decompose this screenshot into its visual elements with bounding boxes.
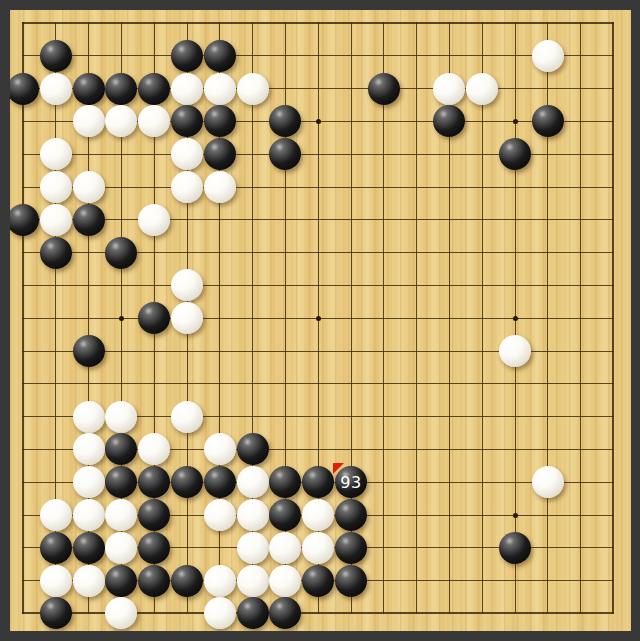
black-stone [499,138,531,170]
white-stone [269,565,301,597]
board-point[interactable] [269,531,302,564]
board-point[interactable] [138,302,171,335]
board-point[interactable] [105,466,138,499]
black-stone [138,466,170,498]
board-point[interactable] [203,597,236,630]
board-point[interactable] [105,105,138,138]
board-point[interactable] [171,171,204,204]
board-point[interactable] [302,499,335,532]
white-stone [40,499,72,531]
board-point[interactable] [171,39,204,72]
white-stone [204,565,236,597]
white-stone [171,302,203,334]
white-stone [237,466,269,498]
board-point[interactable] [171,105,204,138]
board-point[interactable] [269,105,302,138]
black-stone [171,565,203,597]
black-stone [138,532,170,564]
white-stone [171,401,203,433]
board-point[interactable] [105,564,138,597]
board-point[interactable] [236,72,269,105]
board-point[interactable] [367,72,400,105]
board-point[interactable] [72,72,105,105]
black-stone [138,73,170,105]
black-stone [73,335,105,367]
black-stone [302,565,334,597]
board-point[interactable] [39,138,72,171]
board-point[interactable] [39,564,72,597]
board-point[interactable] [39,171,72,204]
board-point[interactable] [105,72,138,105]
board-point[interactable] [72,499,105,532]
white-stone [105,499,137,531]
move-number-label: 93 [335,466,367,498]
board-point[interactable] [105,531,138,564]
board-point[interactable] [499,335,532,368]
white-stone [302,499,334,531]
white-stone [105,105,137,137]
white-stone [73,171,105,203]
white-stone [73,401,105,433]
board-point[interactable] [203,72,236,105]
white-stone [237,532,269,564]
black-stone [105,565,137,597]
board-point[interactable] [203,138,236,171]
board-point[interactable] [269,499,302,532]
board-point[interactable] [236,564,269,597]
board-point[interactable] [105,499,138,532]
black-stone [10,204,39,236]
black-stone [204,466,236,498]
white-stone [73,499,105,531]
white-stone [532,40,564,72]
black-stone [138,499,170,531]
white-stone [237,73,269,105]
white-stone [204,433,236,465]
board-point[interactable] [39,39,72,72]
white-stone [105,532,137,564]
black-stone [269,597,301,629]
board-point[interactable] [236,531,269,564]
board-point[interactable] [39,531,72,564]
board-point[interactable] [302,466,335,499]
board-point[interactable] [236,499,269,532]
board-point[interactable] [302,564,335,597]
board-point[interactable] [39,72,72,105]
white-stone [237,499,269,531]
white-stone [204,73,236,105]
white-stone [532,466,564,498]
board-point[interactable] [39,499,72,532]
black-stone [40,237,72,269]
white-stone [171,138,203,170]
black-stone [73,73,105,105]
black-stone [269,105,301,137]
black-stone [40,597,72,629]
board-point[interactable] [10,72,39,105]
board-point[interactable] [171,72,204,105]
black-stone [105,433,137,465]
board-point[interactable] [236,433,269,466]
board-point[interactable] [269,466,302,499]
black-stone: 93 [335,466,367,498]
black-stone [105,237,137,269]
white-stone [171,269,203,301]
board-point[interactable] [236,597,269,630]
board-point[interactable] [72,466,105,499]
black-stone [237,433,269,465]
board-point[interactable] [171,138,204,171]
board-point[interactable] [335,499,368,532]
board-point[interactable] [72,531,105,564]
board-point[interactable] [302,531,335,564]
board-point[interactable] [72,564,105,597]
board-point[interactable] [138,433,171,466]
white-stone [138,105,170,137]
white-stone [73,433,105,465]
white-stone [433,73,465,105]
board-point[interactable] [433,105,466,138]
black-stone [269,499,301,531]
board-point[interactable] [105,400,138,433]
black-stone [269,138,301,170]
board-point[interactable] [269,138,302,171]
black-stone [138,302,170,334]
board-point[interactable] [171,302,204,335]
white-stone [204,597,236,629]
black-stone [105,466,137,498]
board-point[interactable] [39,236,72,269]
black-stone [105,73,137,105]
white-stone [171,171,203,203]
board-point[interactable] [499,138,532,171]
window-background: 93 [0,0,640,641]
board-point[interactable] [335,564,368,597]
board-point[interactable] [203,105,236,138]
board-point[interactable] [39,597,72,630]
board-point[interactable] [203,39,236,72]
black-stone [10,73,39,105]
board-point[interactable] [171,269,204,302]
board-point[interactable] [531,466,564,499]
board-point[interactable] [203,499,236,532]
black-stone [433,105,465,137]
board-point[interactable] [105,597,138,630]
white-stone [499,335,531,367]
board-point[interactable] [138,72,171,105]
board-point[interactable]: 93 [335,466,368,499]
white-stone [138,433,170,465]
white-stone [40,204,72,236]
white-stone [138,204,170,236]
board-point[interactable] [72,433,105,466]
black-stone [138,565,170,597]
white-stone [466,73,498,105]
board-point[interactable] [203,466,236,499]
black-stone [171,40,203,72]
board-point[interactable] [138,466,171,499]
board-point[interactable] [203,564,236,597]
black-stone [171,466,203,498]
board-point[interactable] [72,171,105,204]
board-point[interactable] [72,105,105,138]
black-stone [237,597,269,629]
black-stone [302,466,334,498]
board-point[interactable] [138,531,171,564]
black-stone [335,565,367,597]
white-stone [171,73,203,105]
board-point[interactable] [203,433,236,466]
white-stone [204,171,236,203]
white-stone [302,532,334,564]
board-point[interactable] [269,564,302,597]
board-point[interactable] [105,236,138,269]
board-point[interactable] [203,171,236,204]
board-point[interactable] [72,203,105,236]
board-point[interactable] [138,564,171,597]
black-stone [40,532,72,564]
white-stone [204,499,236,531]
white-stone [73,466,105,498]
board-point[interactable] [171,466,204,499]
board-point[interactable] [466,72,499,105]
black-stone [73,532,105,564]
board-point[interactable] [531,39,564,72]
white-stone [40,73,72,105]
board-point[interactable] [335,531,368,564]
board-point[interactable] [105,433,138,466]
black-stone [269,466,301,498]
white-stone [73,105,105,137]
white-stone [40,138,72,170]
board-point[interactable] [433,72,466,105]
black-stone [204,40,236,72]
black-stone [368,73,400,105]
board-point[interactable] [72,400,105,433]
board-point[interactable] [531,105,564,138]
board-point[interactable] [138,105,171,138]
white-stone [40,171,72,203]
stones-grid: 93 [10,10,630,630]
board-point[interactable] [269,597,302,630]
board-point[interactable] [171,400,204,433]
black-stone [499,532,531,564]
white-stone [73,565,105,597]
black-stone [204,138,236,170]
black-stone [204,105,236,137]
white-stone [105,401,137,433]
white-stone [237,565,269,597]
board-point[interactable] [138,203,171,236]
white-stone [105,597,137,629]
white-stone [40,565,72,597]
black-stone [171,105,203,137]
white-stone [269,532,301,564]
black-stone [532,105,564,137]
black-stone [40,40,72,72]
black-stone [335,532,367,564]
board-point[interactable] [10,203,39,236]
board-point[interactable] [138,499,171,532]
black-stone [335,499,367,531]
go-board[interactable]: 93 [10,10,631,631]
black-stone [73,204,105,236]
board-point[interactable] [39,203,72,236]
board-point[interactable] [171,564,204,597]
board-point[interactable] [499,531,532,564]
board-point[interactable] [236,466,269,499]
board-point[interactable] [72,335,105,368]
